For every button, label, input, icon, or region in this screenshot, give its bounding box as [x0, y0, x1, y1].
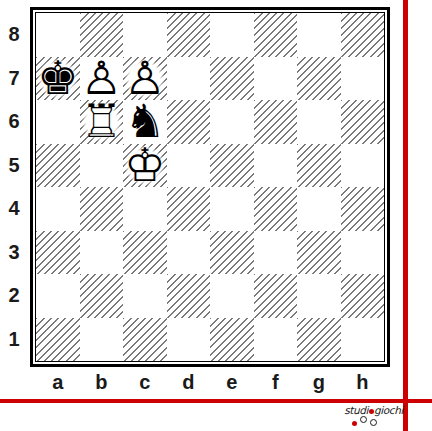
square-h2[interactable]: [341, 274, 385, 318]
square-a2[interactable]: [36, 274, 80, 318]
square-f1[interactable]: [254, 318, 298, 362]
square-a8[interactable]: [36, 13, 80, 57]
square-d8[interactable]: [167, 13, 211, 57]
white-rook[interactable]: ♖: [81, 101, 122, 142]
square-c3[interactable]: [123, 231, 167, 275]
square-c1[interactable]: [123, 318, 167, 362]
square-d2[interactable]: [167, 274, 211, 318]
square-d1[interactable]: [167, 318, 211, 362]
logo-dot-outline-icon: [370, 419, 377, 426]
square-c8[interactable]: [123, 13, 167, 57]
rank-label-8: 8: [0, 13, 28, 57]
file-label-d: d: [167, 369, 211, 395]
square-e2[interactable]: [210, 274, 254, 318]
square-b3[interactable]: [80, 231, 124, 275]
square-e5[interactable]: [210, 144, 254, 188]
square-b6[interactable]: ♖: [80, 100, 124, 144]
square-g2[interactable]: [297, 274, 341, 318]
rank-label-5: 5: [0, 144, 28, 188]
chess-board: ♚♙♙♖♞♔: [30, 7, 390, 367]
studiogiochi-logo: studigiochi: [329, 405, 403, 426]
rank-label-3: 3: [0, 231, 28, 275]
square-g8[interactable]: [297, 13, 341, 57]
square-c4[interactable]: [123, 187, 167, 231]
square-g5[interactable]: [297, 144, 341, 188]
logo-dot-outline-icon: [360, 416, 367, 423]
square-h4[interactable]: [341, 187, 385, 231]
chess-board-inner-frame: ♚♙♙♖♞♔: [35, 12, 385, 362]
file-label-c: c: [123, 369, 167, 395]
logo-dot-red-icon: [352, 421, 357, 426]
file-label-h: h: [341, 369, 385, 395]
square-e1[interactable]: [210, 318, 254, 362]
square-h8[interactable]: [341, 13, 385, 57]
square-e3[interactable]: [210, 231, 254, 275]
black-knight[interactable]: ♞: [124, 101, 165, 142]
square-g1[interactable]: [297, 318, 341, 362]
square-f6[interactable]: [254, 100, 298, 144]
file-label-f: f: [254, 369, 298, 395]
square-g3[interactable]: [297, 231, 341, 275]
square-f7[interactable]: [254, 57, 298, 101]
square-g7[interactable]: [297, 57, 341, 101]
square-f3[interactable]: [254, 231, 298, 275]
square-a3[interactable]: [36, 231, 80, 275]
white-pawn[interactable]: ♙: [81, 58, 122, 99]
logo-red-o-dot-icon: [369, 409, 374, 414]
square-c5[interactable]: ♔: [123, 144, 167, 188]
black-king[interactable]: ♚: [37, 58, 78, 99]
square-c6[interactable]: ♞: [123, 100, 167, 144]
file-label-e: e: [210, 369, 254, 395]
square-h5[interactable]: [341, 144, 385, 188]
rank-label-7: 7: [0, 57, 28, 101]
square-f5[interactable]: [254, 144, 298, 188]
chess-diagram-page: 87654321 ♚♙♙♖♞♔ abcdefgh studigiochi: [0, 0, 432, 431]
square-g6[interactable]: [297, 100, 341, 144]
square-f4[interactable]: [254, 187, 298, 231]
square-f8[interactable]: [254, 13, 298, 57]
file-labels: abcdefgh: [36, 369, 384, 395]
file-label-a: a: [36, 369, 80, 395]
square-e7[interactable]: [210, 57, 254, 101]
square-c2[interactable]: [123, 274, 167, 318]
rank-label-1: 1: [0, 318, 28, 362]
vertical-red-crop-mark: [403, 0, 408, 431]
studiogiochi-logo-text: studigiochi: [329, 405, 403, 416]
logo-text-post: giochi: [374, 404, 403, 416]
rank-labels: 87654321: [0, 13, 28, 361]
square-h3[interactable]: [341, 231, 385, 275]
square-e6[interactable]: [210, 100, 254, 144]
square-h1[interactable]: [341, 318, 385, 362]
white-pawn[interactable]: ♙: [124, 58, 165, 99]
square-d7[interactable]: [167, 57, 211, 101]
square-d4[interactable]: [167, 187, 211, 231]
square-g4[interactable]: [297, 187, 341, 231]
square-a6[interactable]: [36, 100, 80, 144]
square-b1[interactable]: [80, 318, 124, 362]
rank-label-6: 6: [0, 100, 28, 144]
square-d6[interactable]: [167, 100, 211, 144]
square-a4[interactable]: [36, 187, 80, 231]
square-a7[interactable]: ♚: [36, 57, 80, 101]
file-label-g: g: [297, 369, 341, 395]
white-king[interactable]: ♔: [124, 145, 165, 186]
square-b5[interactable]: [80, 144, 124, 188]
logo-dots: [329, 417, 403, 426]
square-e8[interactable]: [210, 13, 254, 57]
chess-board-grid: ♚♙♙♖♞♔: [36, 13, 384, 361]
file-label-b: b: [80, 369, 124, 395]
logo-text-pre: studi: [344, 404, 368, 416]
square-b8[interactable]: [80, 13, 124, 57]
square-e4[interactable]: [210, 187, 254, 231]
square-b2[interactable]: [80, 274, 124, 318]
square-h7[interactable]: [341, 57, 385, 101]
rank-label-2: 2: [0, 274, 28, 318]
rank-label-4: 4: [0, 187, 28, 231]
square-d5[interactable]: [167, 144, 211, 188]
square-d3[interactable]: [167, 231, 211, 275]
square-b4[interactable]: [80, 187, 124, 231]
square-f2[interactable]: [254, 274, 298, 318]
horizontal-red-crop-mark: [0, 399, 432, 403]
square-a1[interactable]: [36, 318, 80, 362]
square-h6[interactable]: [341, 100, 385, 144]
square-a5[interactable]: [36, 144, 80, 188]
